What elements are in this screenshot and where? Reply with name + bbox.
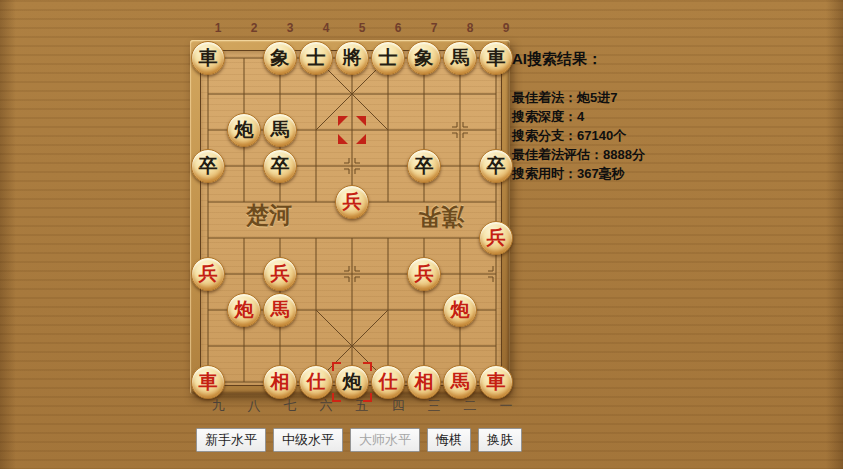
piece-red-soldier[interactable]: 兵 — [263, 257, 297, 291]
file-label-bottom: 五 — [351, 397, 373, 415]
ai-panel-lines: 最佳着法：炮5进7搜索深度：4搜索分支：67140个最佳着法评估：8888分搜索… — [512, 88, 812, 183]
button-新手水平[interactable]: 新手水平 — [196, 428, 266, 452]
board-field[interactable]: 楚河 漢界 車象士將士象馬車炮馬卒卒卒卒兵兵兵兵兵炮馬炮車相仕炮仕相馬車 — [200, 50, 502, 386]
piece-black-general[interactable]: 將 — [335, 41, 369, 75]
piece-black-advisor[interactable]: 士 — [299, 41, 333, 75]
file-label-bottom: 七 — [279, 397, 301, 415]
piece-red-elephant[interactable]: 相 — [407, 365, 441, 399]
button-中级水平[interactable]: 中级水平 — [273, 428, 343, 452]
file-label-top: 6 — [387, 21, 409, 35]
piece-red-soldier[interactable]: 兵 — [191, 257, 225, 291]
file-label-bottom: 三 — [423, 397, 445, 415]
ai-search-panel: AI搜索结果： 最佳着法：炮5进7搜索深度：4搜索分支：67140个最佳着法评估… — [512, 50, 812, 183]
piece-black-chariot[interactable]: 車 — [191, 41, 225, 75]
piece-black-cannon[interactable]: 炮 — [227, 113, 261, 147]
xiangqi-board[interactable]: 楚河 漢界 車象士將士象馬車炮馬卒卒卒卒兵兵兵兵兵炮馬炮車相仕炮仕相馬車 — [190, 40, 510, 394]
file-label-bottom: 六 — [315, 397, 337, 415]
piece-red-cannon[interactable]: 炮 — [227, 293, 261, 327]
file-label-top: 1 — [207, 21, 229, 35]
piece-black-horse[interactable]: 馬 — [443, 41, 477, 75]
piece-black-soldier[interactable]: 卒 — [479, 149, 513, 183]
file-label-top: 2 — [243, 21, 265, 35]
ai-result-line: 搜索分支：67140个 — [512, 126, 812, 145]
file-label-bottom: 八 — [243, 397, 265, 415]
file-label-top: 4 — [315, 21, 337, 35]
toolbar: 新手水平中级水平大师水平悔棋换肤 — [196, 428, 522, 452]
file-labels-bottom: 九八七六五四三二一 — [190, 397, 510, 412]
piece-red-chariot[interactable]: 車 — [191, 365, 225, 399]
file-labels-top: 123456789 — [190, 21, 510, 36]
ai-result-line: 最佳着法评估：8888分 — [512, 145, 812, 164]
file-label-top: 5 — [351, 21, 373, 35]
piece-red-elephant[interactable]: 相 — [263, 365, 297, 399]
piece-black-soldier[interactable]: 卒 — [191, 149, 225, 183]
piece-red-advisor[interactable]: 仕 — [299, 365, 333, 399]
file-label-top: 9 — [495, 21, 517, 35]
piece-red-chariot[interactable]: 車 — [479, 365, 513, 399]
piece-red-cannon[interactable]: 炮 — [443, 293, 477, 327]
file-label-top: 7 — [423, 21, 445, 35]
ai-result-line: 搜索深度：4 — [512, 107, 812, 126]
ai-result-line: 搜索用时：367毫秒 — [512, 164, 812, 183]
app: 123456789 楚河 漢界 車象士將士象馬車炮馬卒卒卒卒兵兵兵兵兵炮馬炮車相… — [0, 0, 843, 469]
button-大师水平: 大师水平 — [350, 428, 420, 452]
piece-black-chariot[interactable]: 車 — [479, 41, 513, 75]
file-label-bottom: 二 — [459, 397, 481, 415]
piece-red-advisor[interactable]: 仕 — [371, 365, 405, 399]
piece-red-horse[interactable]: 馬 — [263, 293, 297, 327]
piece-red-soldier[interactable]: 兵 — [479, 221, 513, 255]
piece-red-soldier[interactable]: 兵 — [407, 257, 441, 291]
piece-black-elephant[interactable]: 象 — [263, 41, 297, 75]
file-label-top: 8 — [459, 21, 481, 35]
ai-panel-title: AI搜索结果： — [512, 50, 812, 69]
piece-black-cannon[interactable]: 炮 — [335, 365, 369, 399]
file-label-bottom: 九 — [207, 397, 229, 415]
piece-black-advisor[interactable]: 士 — [371, 41, 405, 75]
ai-result-line: 最佳着法：炮5进7 — [512, 88, 812, 107]
piece-black-elephant[interactable]: 象 — [407, 41, 441, 75]
piece-black-horse[interactable]: 馬 — [263, 113, 297, 147]
button-换肤[interactable]: 换肤 — [478, 428, 522, 452]
file-label-bottom: 四 — [387, 397, 409, 415]
piece-red-soldier[interactable]: 兵 — [335, 185, 369, 219]
piece-black-soldier[interactable]: 卒 — [263, 149, 297, 183]
piece-red-horse[interactable]: 馬 — [443, 365, 477, 399]
file-label-bottom: 一 — [495, 397, 517, 415]
button-悔棋[interactable]: 悔棋 — [427, 428, 471, 452]
piece-black-soldier[interactable]: 卒 — [407, 149, 441, 183]
file-label-top: 3 — [279, 21, 301, 35]
